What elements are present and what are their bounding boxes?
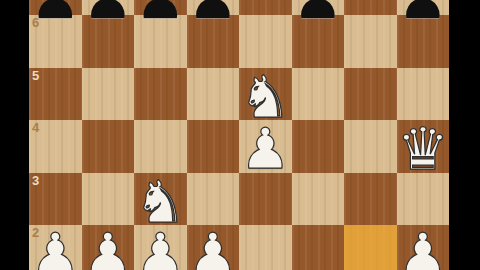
square-b7[interactable]: ♟ (82, 0, 135, 15)
white-pawn[interactable]: ♟ (83, 228, 133, 270)
square-d2[interactable]: ♟ (187, 225, 240, 270)
square-h7[interactable]: ♟ (397, 0, 450, 15)
square-b2[interactable]: ♟ (82, 225, 135, 270)
square-h2[interactable]: ♟ (397, 225, 450, 270)
square-a7[interactable]: ♟ (29, 0, 82, 15)
square-f4[interactable] (292, 120, 345, 173)
square-a3[interactable]: 3 (29, 173, 82, 226)
square-g3[interactable] (344, 173, 397, 226)
black-pawn[interactable]: ♟ (188, 0, 238, 25)
rank-label-4: 4 (32, 121, 39, 135)
square-c3[interactable]: ♞ (134, 173, 187, 226)
square-e5[interactable]: ♞ (239, 68, 292, 121)
black-pawn[interactable]: ♟ (293, 0, 343, 25)
square-c2[interactable]: ♟ (134, 225, 187, 270)
rank-label-2: 2 (32, 226, 39, 240)
square-g2[interactable] (344, 225, 397, 270)
chess-board: ♟♟♟♟♟♟65♞4♟♛3♞2♟♟♟♟♟ (29, 0, 449, 270)
square-a4[interactable]: 4 (29, 120, 82, 173)
video-frame: ♟♟♟♟♟♟65♞4♟♛3♞2♟♟♟♟♟ (0, 0, 480, 270)
square-e7[interactable] (239, 0, 292, 15)
black-pawn[interactable]: ♟ (135, 0, 185, 25)
square-e4[interactable]: ♟ (239, 120, 292, 173)
square-b5[interactable] (82, 68, 135, 121)
square-c4[interactable] (134, 120, 187, 173)
square-b4[interactable] (82, 120, 135, 173)
square-d3[interactable] (187, 173, 240, 226)
rank-label-5: 5 (32, 69, 39, 83)
white-pawn[interactable]: ♟ (240, 123, 290, 176)
white-pawn[interactable]: ♟ (135, 228, 185, 270)
white-pawn[interactable]: ♟ (188, 228, 238, 270)
square-h4[interactable]: ♛ (397, 120, 450, 173)
square-g6[interactable] (344, 15, 397, 68)
square-b3[interactable] (82, 173, 135, 226)
black-pawn[interactable]: ♟ (398, 0, 448, 25)
square-e2[interactable] (239, 225, 292, 270)
square-h5[interactable] (397, 68, 450, 121)
square-g5[interactable] (344, 68, 397, 121)
square-a2[interactable]: 2♟ (29, 225, 82, 270)
square-e6[interactable] (239, 15, 292, 68)
square-f2[interactable] (292, 225, 345, 270)
black-pawn[interactable]: ♟ (83, 0, 133, 25)
square-d5[interactable] (187, 68, 240, 121)
square-d7[interactable]: ♟ (187, 0, 240, 15)
square-a5[interactable]: 5 (29, 68, 82, 121)
square-c5[interactable] (134, 68, 187, 121)
square-f3[interactable] (292, 173, 345, 226)
square-g7[interactable] (344, 0, 397, 15)
rank-label-6: 6 (32, 16, 39, 30)
square-g4[interactable] (344, 120, 397, 173)
white-queen[interactable]: ♛ (397, 123, 449, 176)
square-f5[interactable] (292, 68, 345, 121)
rank-label-3: 3 (32, 174, 39, 188)
square-d4[interactable] (187, 120, 240, 173)
white-pawn[interactable]: ♟ (398, 228, 448, 270)
square-f7[interactable]: ♟ (292, 0, 345, 15)
square-c7[interactable]: ♟ (134, 0, 187, 15)
